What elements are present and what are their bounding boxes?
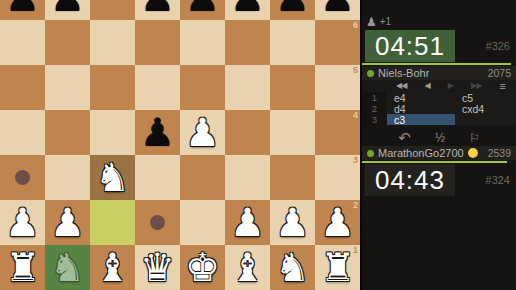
move-nav-bar: ◀◀◀▶▶▶≡ [362,80,516,92]
square-e7[interactable]: ♟ [180,0,225,20]
bottom-time-bar [362,161,507,163]
white-king-e1[interactable]: ♚ [185,245,220,290]
black-pawn-d4[interactable]: ♟ [140,110,175,155]
move-row-1: 1e4c5 [362,92,516,103]
black-pawn-h7[interactable]: ♟ [320,0,355,20]
move-2-w[interactable]: d4 [387,103,455,114]
square-h7[interactable]: 7♟ [315,0,360,20]
takeback-icon[interactable]: ↶ [398,129,411,147]
square-b3[interactable] [45,155,90,200]
rank-coord-5: 5 [353,66,358,75]
square-c7[interactable] [90,0,135,20]
move-3-b [455,114,516,125]
square-f2[interactable]: ♟ [225,200,270,245]
top-player-name[interactable]: Niels-Bohr [378,67,429,79]
game-actions: ↶ ½ ⚐ [362,129,516,146]
square-g7[interactable]: ♟ [270,0,315,20]
square-d2[interactable] [135,200,180,245]
square-h6[interactable]: 6 [315,20,360,65]
top-player-tournament-rank: #326 [486,40,510,52]
move-2-b[interactable]: cxd4 [455,103,516,114]
bottom-player-rating: 2539 [488,147,511,159]
square-g2[interactable]: ♟ [270,200,315,245]
white-pawn-a2[interactable]: ♟ [5,200,40,245]
square-c5[interactable] [90,65,135,110]
square-a6[interactable] [0,20,45,65]
square-a2[interactable]: ♟ [0,200,45,245]
square-h4[interactable]: 4 [315,110,360,155]
square-c2[interactable] [90,200,135,245]
square-h1[interactable]: 1♜ [315,245,360,290]
white-rook-h1[interactable]: ♜ [320,245,355,290]
top-clock-row: 04:51 #326 [362,30,516,62]
black-pawn-b7[interactable]: ♟ [50,0,85,20]
move-1-b[interactable]: c5 [455,92,516,103]
white-knight-b1-ghost[interactable]: ♞ [50,245,85,290]
square-d5[interactable] [135,65,180,110]
move-list: 1e4c52d4cxd43c3 [362,92,516,125]
bottom-player-name[interactable]: MarathonGo2700 [378,147,464,159]
square-e5[interactable] [180,65,225,110]
rank-coord-4: 4 [353,111,358,120]
white-pawn-e4[interactable]: ♟ [185,110,220,155]
white-pawn-f2[interactable]: ♟ [230,200,265,245]
online-indicator-icon [367,70,374,77]
square-d7[interactable]: ♟ [135,0,180,20]
square-g1[interactable]: ♞ [270,245,315,290]
move-dest-dot-d2[interactable] [150,215,165,230]
square-f6[interactable] [225,20,270,65]
rank-coord-6: 6 [353,21,358,30]
nav-menu-icon[interactable]: ≡ [500,80,506,92]
top-player-rating: 2075 [488,67,511,79]
move-number: 1 [362,92,387,103]
move-number: 3 [362,114,387,125]
square-g3[interactable] [270,155,315,200]
square-f1[interactable]: ♝ [225,245,270,290]
square-c6[interactable] [90,20,135,65]
black-pawn-f7[interactable]: ♟ [230,0,265,20]
white-rook-a1[interactable]: ♜ [5,245,40,290]
top-time-bar [362,63,511,65]
player-flair-emoji [468,148,478,158]
black-pawn-g7[interactable]: ♟ [275,0,310,20]
move-number: 2 [362,103,387,114]
pawn-icon: ♟ [366,16,377,28]
square-a3[interactable] [0,155,45,200]
square-d4[interactable]: ♟ [135,110,180,155]
white-pawn-b2[interactable]: ♟ [50,200,85,245]
square-f4[interactable] [225,110,270,155]
move-row-2: 2d4cxd4 [362,103,516,114]
square-d3[interactable] [135,155,180,200]
square-d6[interactable] [135,20,180,65]
square-b1[interactable]: ♞ [45,245,90,290]
square-e3[interactable] [180,155,225,200]
square-h3[interactable]: 3 [315,155,360,200]
square-e2[interactable] [180,200,225,245]
square-g6[interactable] [270,20,315,65]
square-a7[interactable]: ♟ [0,0,45,20]
move-1-w[interactable]: e4 [387,92,455,103]
square-c3[interactable]: ♞ [90,155,135,200]
square-b2[interactable]: ♟ [45,200,90,245]
square-a5[interactable] [0,65,45,110]
rank-coord-3: 3 [353,156,358,165]
move-3-w[interactable]: c3 [387,114,455,125]
square-d1[interactable]: ♛ [135,245,180,290]
chess-board[interactable]: ♜♞♝♛♚♝♞8♜♟♟♟♟♟♟7♟65♟♟4♞3♟♟♟♟2♟♜♞♝♛♚♝♞1♜ [0,0,360,290]
white-bishop-f1[interactable]: ♝ [230,245,265,290]
square-c1[interactable]: ♝ [90,245,135,290]
square-e1[interactable]: ♚ [180,245,225,290]
nav-first-icon[interactable]: ◀◀ [396,80,406,92]
bottom-clock-row: 04:43 #324 [362,164,516,196]
black-pawn-d7[interactable]: ♟ [140,0,175,20]
white-pawn-g2[interactable]: ♟ [275,200,310,245]
square-e4[interactable]: ♟ [180,110,225,155]
square-a1[interactable]: ♜ [0,245,45,290]
top-player-row[interactable]: Niels-Bohr 2075 [362,66,516,80]
square-g5[interactable] [270,65,315,110]
square-f5[interactable] [225,65,270,110]
white-queen-d1[interactable]: ♛ [140,245,175,290]
black-pawn-e7[interactable]: ♟ [185,0,220,20]
nav-next-icon[interactable]: ▶ [448,80,453,92]
white-bishop-c1[interactable]: ♝ [95,245,130,290]
material-advantage: ♟ +1 [362,0,516,30]
square-a4[interactable] [0,110,45,155]
square-h5[interactable]: 5 [315,65,360,110]
nav-last-icon[interactable]: ▶▶ [471,80,481,92]
board-grid: ♜♞♝♛♚♝♞8♜♟♟♟♟♟♟7♟65♟♟4♞3♟♟♟♟2♟♜♞♝♛♚♝♞1♜ [0,0,360,290]
nav-prev-icon[interactable]: ◀ [424,80,429,92]
material-count: +1 [380,16,391,27]
square-b6[interactable] [45,20,90,65]
square-f7[interactable]: ♟ [225,0,270,20]
square-h2[interactable]: 2♟ [315,200,360,245]
white-pawn-h2[interactable]: ♟ [320,200,355,245]
square-b7[interactable]: ♟ [45,0,90,20]
square-e6[interactable] [180,20,225,65]
square-f3[interactable] [225,155,270,200]
bottom-player-row[interactable]: MarathonGo2700 2539 [362,146,516,160]
square-b5[interactable] [45,65,90,110]
resign-icon[interactable]: ⚐ [469,131,480,145]
move-row-3: 3c3 [362,114,516,125]
online-indicator-icon [367,150,374,157]
offer-draw-icon[interactable]: ½ [435,131,445,145]
black-pawn-a7[interactable]: ♟ [5,0,40,20]
square-b4[interactable] [45,110,90,155]
bottom-player-tournament-rank: #324 [486,174,510,186]
move-dest-dot-a3[interactable] [15,170,30,185]
square-g4[interactable] [270,110,315,155]
top-clock: 04:51 [365,30,455,62]
game-side-panel: ♟ +1 04:51 #326 Niels-Bohr 2075 ◀◀◀▶▶▶≡ … [360,0,516,290]
square-c4[interactable] [90,110,135,155]
white-knight-g1[interactable]: ♞ [275,245,310,290]
bottom-clock: 04:43 [365,164,455,196]
white-knight-c3[interactable]: ♞ [95,155,130,200]
